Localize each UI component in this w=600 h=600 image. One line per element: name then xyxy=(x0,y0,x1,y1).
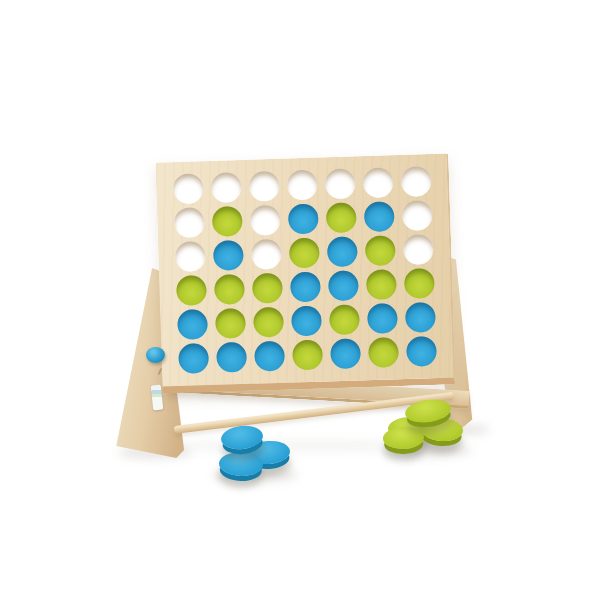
cell-r5-c5-green-disc xyxy=(329,304,360,335)
cell-r3-c7-empty xyxy=(403,234,434,265)
cell-r2-c7-empty xyxy=(402,200,433,231)
cell-r4-c3-green-disc xyxy=(252,273,283,304)
cell-r3-c6-green-disc xyxy=(365,235,396,266)
cell-r2-c6-blue-disc xyxy=(364,201,395,232)
cell-r1-c2-empty xyxy=(211,172,242,203)
cell-r3-c1-empty xyxy=(175,241,206,272)
cell-r5-c6-blue-disc xyxy=(367,303,398,334)
cell-r2-c2-green-disc xyxy=(212,206,243,237)
board-grid xyxy=(155,154,453,387)
cell-r5-c1-blue-disc xyxy=(177,309,208,340)
cell-r2-c5-green-disc xyxy=(326,202,357,233)
cell-r6-c7-blue-disc xyxy=(406,336,437,367)
cell-r5-c4-blue-disc xyxy=(291,306,322,337)
cell-r6-c2-blue-disc xyxy=(216,342,247,373)
cell-r1-c1-empty xyxy=(173,173,204,204)
cell-r2-c4-blue-disc xyxy=(288,204,319,235)
cell-r2-c1-empty xyxy=(174,207,205,238)
cell-r5-c3-green-disc xyxy=(253,307,284,338)
cell-r3-c4-green-disc xyxy=(289,238,320,269)
cell-r4-c6-green-disc xyxy=(366,269,397,300)
cell-r1-c3-empty xyxy=(249,171,280,202)
cell-r1-c7-empty xyxy=(401,166,432,197)
cell-r6-c4-green-disc xyxy=(292,340,323,371)
cell-r2-c3-empty xyxy=(250,205,281,236)
cell-r4-c4-blue-disc xyxy=(290,272,321,303)
cell-r1-c4-empty xyxy=(287,170,318,201)
cell-r3-c3-empty xyxy=(251,239,282,270)
cell-r4-c1-green-disc xyxy=(176,275,207,306)
cell-r4-c7-green-disc xyxy=(404,268,435,299)
cell-r6-c5-blue-disc xyxy=(330,338,361,369)
cell-r3-c2-blue-disc xyxy=(213,240,244,271)
cell-r3-c5-blue-disc xyxy=(327,236,358,267)
game-board xyxy=(155,153,455,393)
cell-r1-c6-empty xyxy=(363,167,394,198)
cell-r6-c1-blue-disc xyxy=(178,343,209,374)
cell-r6-c3-blue-disc xyxy=(254,341,285,372)
cell-r5-c2-green-disc xyxy=(215,308,246,339)
product-photo-connect-four xyxy=(0,0,600,600)
cell-r5-c7-blue-disc xyxy=(405,302,436,333)
cell-r4-c2-green-disc xyxy=(214,274,245,305)
cell-r4-c5-blue-disc xyxy=(328,270,359,301)
cell-r6-c6-green-disc xyxy=(368,337,399,368)
cell-r1-c5-empty xyxy=(325,168,356,199)
blue-knob xyxy=(146,347,165,363)
